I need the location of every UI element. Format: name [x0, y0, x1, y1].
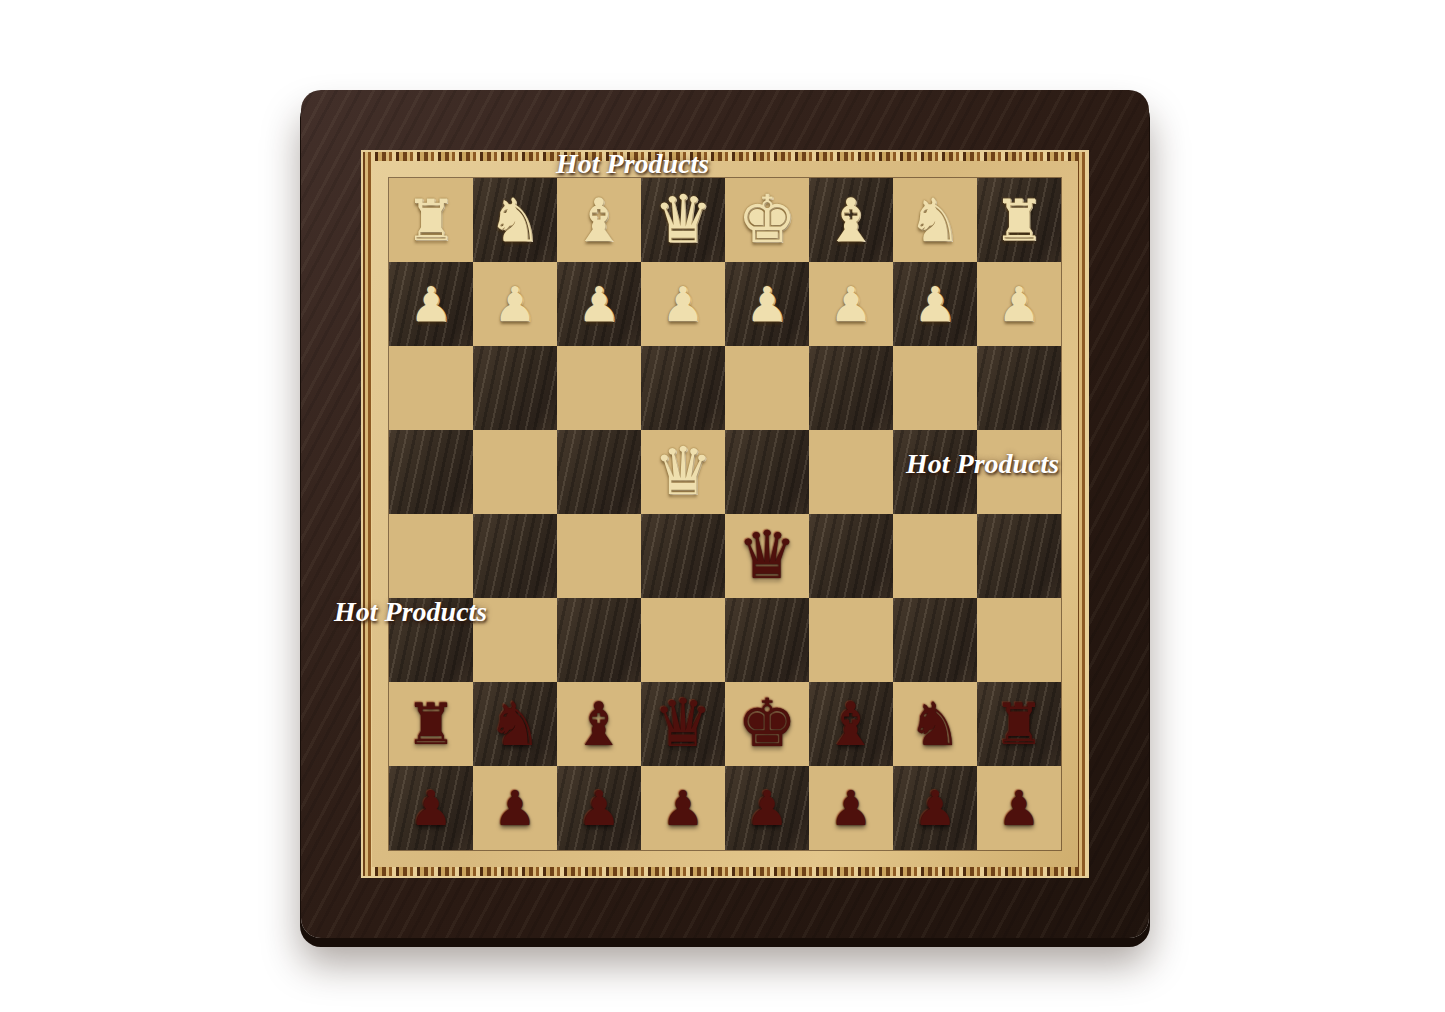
square-e8: ♚ — [725, 178, 809, 262]
red-king: ♚ — [737, 691, 796, 757]
square-a8: ♜ — [389, 178, 473, 262]
cream-knight: ♞ — [488, 190, 542, 250]
red-pawn: ♟ — [661, 784, 704, 832]
cream-pawn: ♟ — [997, 280, 1040, 328]
square-e2: ♚ — [725, 682, 809, 766]
square-b7: ♟ — [473, 262, 557, 346]
square-f6 — [809, 346, 893, 430]
square-c5 — [557, 430, 641, 514]
product-photo-chess-set: ♜♞♝♛♚♝♞♜♟♟♟♟♟♟♟♟♛♛♜♞♝♛♚♝♞♜♟♟♟♟♟♟♟♟ Hot P… — [0, 0, 1445, 1012]
red-pawn: ♟ — [409, 784, 452, 832]
square-e4: ♛ — [725, 514, 809, 598]
chess-board-frame: ♜♞♝♛♚♝♞♜♟♟♟♟♟♟♟♟♛♛♜♞♝♛♚♝♞♜♟♟♟♟♟♟♟♟ — [301, 90, 1149, 938]
square-d4 — [641, 514, 725, 598]
cream-pawn: ♟ — [409, 280, 452, 328]
cream-bishop: ♝ — [824, 190, 878, 250]
red-rook: ♜ — [405, 696, 456, 753]
square-h3 — [977, 598, 1061, 682]
square-d1: ♟ — [641, 766, 725, 850]
square-a6 — [389, 346, 473, 430]
square-c8: ♝ — [557, 178, 641, 262]
red-knight: ♞ — [908, 694, 962, 754]
square-g8: ♞ — [893, 178, 977, 262]
square-f8: ♝ — [809, 178, 893, 262]
square-f2: ♝ — [809, 682, 893, 766]
square-b5 — [473, 430, 557, 514]
square-b8: ♞ — [473, 178, 557, 262]
square-g6 — [893, 346, 977, 430]
square-b1: ♟ — [473, 766, 557, 850]
square-f5 — [809, 430, 893, 514]
square-b2: ♞ — [473, 682, 557, 766]
square-e5 — [725, 430, 809, 514]
red-queen: ♛ — [653, 691, 712, 757]
square-f3 — [809, 598, 893, 682]
cream-bishop: ♝ — [572, 190, 626, 250]
square-f1: ♟ — [809, 766, 893, 850]
square-d8: ♛ — [641, 178, 725, 262]
cream-rook: ♜ — [993, 192, 1044, 249]
square-b6 — [473, 346, 557, 430]
cream-queen: ♛ — [653, 439, 712, 505]
square-f4 — [809, 514, 893, 598]
square-g4 — [893, 514, 977, 598]
square-h6 — [977, 346, 1061, 430]
square-c6 — [557, 346, 641, 430]
red-pawn: ♟ — [745, 784, 788, 832]
red-knight: ♞ — [488, 694, 542, 754]
cream-pawn: ♟ — [745, 280, 788, 328]
square-c3 — [557, 598, 641, 682]
cream-pawn: ♟ — [493, 280, 536, 328]
square-c2: ♝ — [557, 682, 641, 766]
cream-pawn: ♟ — [829, 280, 872, 328]
square-e1: ♟ — [725, 766, 809, 850]
red-bishop: ♝ — [572, 694, 626, 754]
cream-knight: ♞ — [908, 190, 962, 250]
red-pawn: ♟ — [577, 784, 620, 832]
chess-board: ♜♞♝♛♚♝♞♜♟♟♟♟♟♟♟♟♛♛♜♞♝♛♚♝♞♜♟♟♟♟♟♟♟♟ — [389, 178, 1061, 850]
red-rook: ♜ — [993, 696, 1044, 753]
watermark-text: Hot Products — [334, 596, 487, 628]
square-g1: ♟ — [893, 766, 977, 850]
red-pawn: ♟ — [913, 784, 956, 832]
square-h7: ♟ — [977, 262, 1061, 346]
cream-pawn: ♟ — [577, 280, 620, 328]
red-queen: ♛ — [737, 523, 796, 589]
square-d3 — [641, 598, 725, 682]
square-d7: ♟ — [641, 262, 725, 346]
square-a4 — [389, 514, 473, 598]
cream-queen: ♛ — [653, 187, 712, 253]
square-e3 — [725, 598, 809, 682]
square-g7: ♟ — [893, 262, 977, 346]
cream-king: ♚ — [737, 187, 796, 253]
square-g3 — [893, 598, 977, 682]
square-g2: ♞ — [893, 682, 977, 766]
square-h1: ♟ — [977, 766, 1061, 850]
red-pawn: ♟ — [829, 784, 872, 832]
watermark-text: Hot Products — [906, 448, 1059, 480]
square-d2: ♛ — [641, 682, 725, 766]
square-d5: ♛ — [641, 430, 725, 514]
square-a5 — [389, 430, 473, 514]
square-b4 — [473, 514, 557, 598]
red-bishop: ♝ — [824, 694, 878, 754]
square-f7: ♟ — [809, 262, 893, 346]
square-h2: ♜ — [977, 682, 1061, 766]
red-pawn: ♟ — [997, 784, 1040, 832]
square-a1: ♟ — [389, 766, 473, 850]
square-e6 — [725, 346, 809, 430]
watermark-text: Hot Products — [556, 148, 709, 180]
square-c1: ♟ — [557, 766, 641, 850]
square-a2: ♜ — [389, 682, 473, 766]
square-h4 — [977, 514, 1061, 598]
square-e7: ♟ — [725, 262, 809, 346]
cream-pawn: ♟ — [661, 280, 704, 328]
square-h8: ♜ — [977, 178, 1061, 262]
red-pawn: ♟ — [493, 784, 536, 832]
square-a7: ♟ — [389, 262, 473, 346]
square-c4 — [557, 514, 641, 598]
square-c7: ♟ — [557, 262, 641, 346]
square-d6 — [641, 346, 725, 430]
cream-rook: ♜ — [405, 192, 456, 249]
cream-pawn: ♟ — [913, 280, 956, 328]
